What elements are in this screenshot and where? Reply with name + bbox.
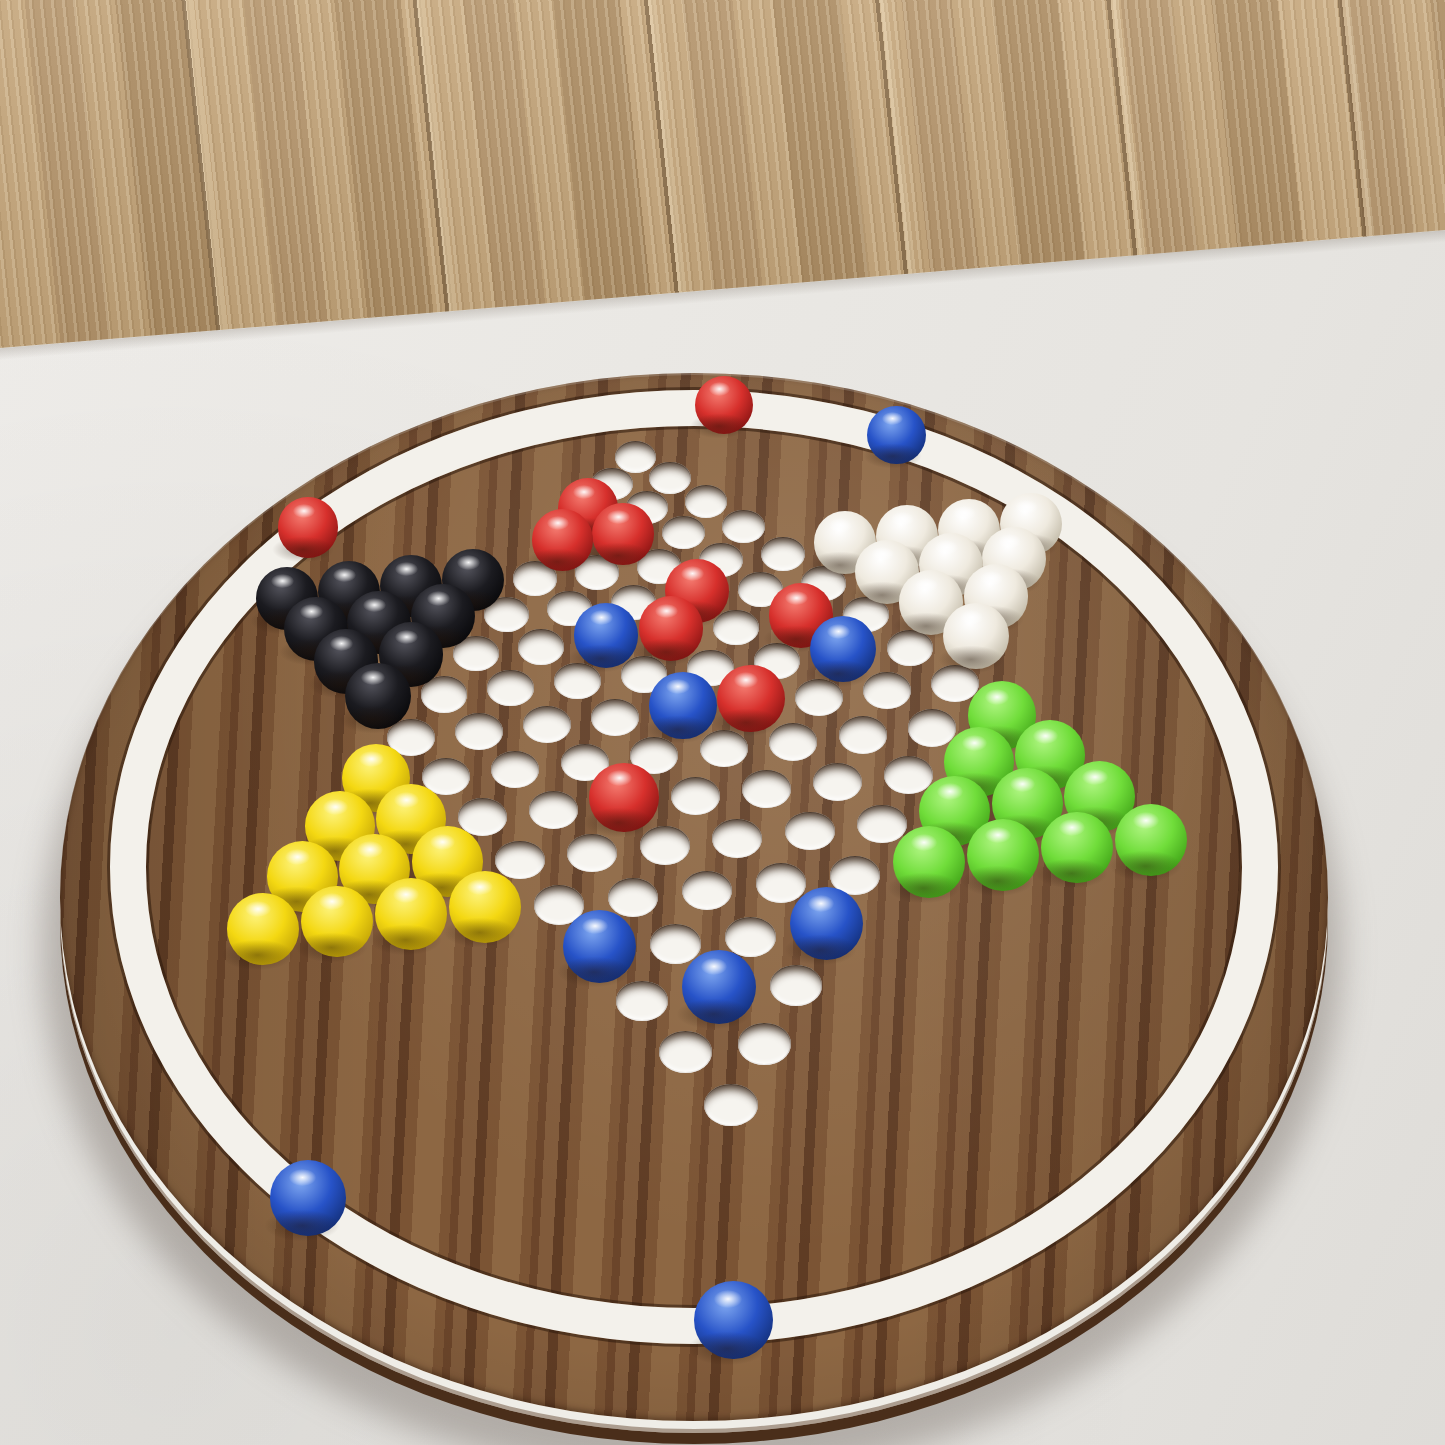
blue-marble[interactable] [790,887,863,960]
hole-r12c6[interactable] [682,871,733,911]
hole-r7c2[interactable] [487,670,534,706]
hole-r9c8[interactable] [908,709,956,747]
blue-marble[interactable] [574,603,639,668]
hole-r10c7[interactable] [813,763,862,801]
green-marble[interactable] [967,819,1039,891]
green-marble[interactable] [1115,804,1187,876]
hole-r14c0[interactable] [616,981,668,1022]
hole-r13c2[interactable] [725,917,776,957]
hole-r15c0[interactable] [659,1031,712,1072]
blue-marble[interactable] [563,910,636,983]
hole-r10c3[interactable] [529,791,578,829]
yellow-marble[interactable] [227,893,299,965]
red-marble[interactable] [717,665,784,732]
hole-r6c3[interactable] [518,629,564,665]
hole-r8c2[interactable] [523,706,570,743]
blue-marble[interactable] [270,1160,346,1236]
white-marble[interactable] [943,603,1009,669]
hole-r15c1[interactable] [738,1023,791,1064]
black-marble[interactable] [345,663,411,729]
green-marble[interactable] [1041,812,1113,884]
hole-r3c3[interactable] [722,510,765,544]
red-marble[interactable] [592,503,654,565]
scene [0,0,1445,1445]
hole-r10c8[interactable] [884,756,933,794]
yellow-marble[interactable] [375,878,447,950]
hole-r11c6[interactable] [712,819,762,858]
hole-r10c5[interactable] [671,777,720,815]
yellow-marble[interactable] [301,886,373,958]
hole-r9c7[interactable] [839,716,887,754]
hole-r13c1[interactable] [650,924,701,964]
board-grid-layer [0,0,1445,1445]
red-marble[interactable] [589,763,659,833]
red-marble[interactable] [695,376,753,434]
hole-r11c4[interactable] [567,834,617,873]
hole-r8c1[interactable] [455,713,502,750]
red-marble[interactable] [639,596,704,661]
hole-r8c3[interactable] [591,699,638,736]
hole-r11c8[interactable] [857,805,907,844]
hole-r0c0[interactable] [615,441,656,473]
blue-marble[interactable] [682,950,756,1024]
hole-r16c0[interactable] [704,1084,758,1126]
hole-r14c2[interactable] [770,965,822,1006]
hole-r1c1[interactable] [649,462,691,495]
hole-r4c8[interactable] [761,537,805,572]
hole-r12c7[interactable] [756,863,807,903]
hole-r11c7[interactable] [785,812,835,851]
yellow-marble[interactable] [449,871,521,943]
hole-r9c2[interactable] [491,751,539,789]
green-marble[interactable] [893,826,965,898]
blue-marble[interactable] [694,1281,772,1359]
hole-r3c2[interactable] [662,516,705,550]
hole-r11c3[interactable] [495,841,545,880]
red-marble[interactable] [278,497,339,558]
hole-r12c5[interactable] [608,878,659,918]
hole-r2c2[interactable] [685,485,728,518]
red-marble[interactable] [532,509,594,571]
hole-r10c6[interactable] [742,770,791,808]
blue-marble[interactable] [649,672,716,739]
blue-marble[interactable] [810,616,876,682]
blue-marble[interactable] [867,406,926,465]
